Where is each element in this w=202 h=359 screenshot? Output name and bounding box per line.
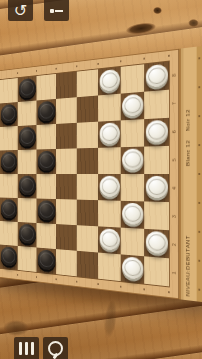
square-g3[interactable] <box>121 201 145 229</box>
square-c7[interactable] <box>36 99 56 125</box>
nail-dot <box>36 70 37 72</box>
nail-dot <box>198 260 200 262</box>
wood-knot <box>152 6 163 15</box>
square-f2[interactable] <box>98 226 120 254</box>
nail-dot <box>198 231 200 233</box>
square-b8[interactable] <box>18 76 37 102</box>
square-a7[interactable] <box>0 102 18 127</box>
square-g7[interactable] <box>121 92 145 121</box>
square-d1[interactable] <box>56 249 77 276</box>
nail-dot <box>168 55 170 57</box>
rank-label: 4 <box>172 182 176 194</box>
square-e5[interactable] <box>77 148 98 174</box>
square-h8[interactable] <box>144 62 169 92</box>
rank-label: 6 <box>172 126 176 138</box>
board-frame <box>0 46 202 71</box>
black-piece[interactable] <box>19 127 36 147</box>
square-f7[interactable] <box>98 94 120 122</box>
nail-dot <box>76 65 77 67</box>
black-piece[interactable] <box>0 152 16 171</box>
nail-dot <box>168 291 170 293</box>
nail-dot <box>120 286 122 288</box>
black-piece[interactable] <box>37 200 55 220</box>
square-b5[interactable] <box>18 150 37 174</box>
rotate-ccw-icon: ↺ <box>14 3 27 19</box>
nail-dot <box>17 72 18 74</box>
square-c5[interactable] <box>36 149 56 174</box>
square-h7[interactable] <box>144 90 169 119</box>
white-piece[interactable] <box>145 64 167 88</box>
nail-dot <box>198 202 200 204</box>
white-piece[interactable] <box>99 228 119 250</box>
nail-dot <box>97 283 98 285</box>
square-b6[interactable] <box>18 125 37 150</box>
square-f1[interactable] <box>98 253 120 282</box>
square-h5[interactable] <box>144 146 169 174</box>
square-a3[interactable] <box>0 197 18 221</box>
square-e3[interactable] <box>77 200 98 227</box>
black-piece[interactable] <box>19 176 36 195</box>
white-piece[interactable] <box>122 203 143 225</box>
square-e1[interactable] <box>77 251 98 279</box>
nail-dot <box>120 60 122 62</box>
nail-dot <box>17 274 18 276</box>
white-piece[interactable] <box>122 148 143 170</box>
square-f3[interactable] <box>98 200 120 227</box>
square-e4[interactable] <box>77 174 98 200</box>
nail-dot <box>55 68 56 70</box>
nail-dot <box>198 144 200 146</box>
square-f6[interactable] <box>98 120 120 147</box>
square-c3[interactable] <box>36 198 56 224</box>
nail-dot <box>97 63 98 65</box>
black-piece[interactable] <box>37 151 55 171</box>
square-b3[interactable] <box>18 198 37 223</box>
white-piece[interactable] <box>145 176 167 198</box>
square-d8[interactable] <box>56 72 77 99</box>
square-h6[interactable] <box>144 118 169 147</box>
nail-dot <box>143 58 145 60</box>
nail-dot <box>143 288 145 290</box>
square-b1[interactable] <box>18 246 37 272</box>
menu-button[interactable] <box>14 337 39 359</box>
black-piece[interactable] <box>37 101 55 122</box>
square-e8[interactable] <box>77 69 98 97</box>
square-h1[interactable] <box>144 256 169 286</box>
zoom-button[interactable] <box>43 337 68 359</box>
square-d5[interactable] <box>56 148 77 174</box>
checkers-board[interactable]: Blanc 12 Noir 12 NIVEAU:DEBUTANT 8765432… <box>0 46 202 302</box>
rotate-board-button[interactable]: ↺ <box>8 0 33 21</box>
black-piece[interactable] <box>19 224 36 244</box>
square-g5[interactable] <box>121 147 145 174</box>
square-a8[interactable] <box>0 78 18 103</box>
wood-knot <box>0 318 32 338</box>
nail-dot <box>198 173 200 175</box>
square-a4[interactable] <box>0 174 18 198</box>
board-scene: Blanc 12 Noir 12 NIVEAU:DEBUTANT 8765432… <box>0 46 202 302</box>
square-e2[interactable] <box>77 225 98 252</box>
square-a2[interactable] <box>0 221 18 246</box>
square-h3[interactable] <box>144 201 169 230</box>
square-e7[interactable] <box>77 95 98 122</box>
square-d6[interactable] <box>56 123 77 149</box>
square-b4[interactable] <box>18 174 37 198</box>
square-d2[interactable] <box>56 224 77 251</box>
black-piece[interactable] <box>0 246 16 266</box>
square-c2[interactable] <box>36 223 56 249</box>
rank-label: 8 <box>172 69 176 81</box>
square-g8[interactable] <box>121 64 145 93</box>
nail-dot <box>198 289 200 291</box>
rank-label: 2 <box>172 239 176 251</box>
square-d4[interactable] <box>56 174 77 200</box>
nail-dot <box>76 281 77 283</box>
black-piece[interactable] <box>19 78 36 99</box>
level-label: NIVEAU:DEBUTANT <box>183 198 192 297</box>
square-a6[interactable] <box>0 126 18 150</box>
square-c8[interactable] <box>36 74 56 101</box>
square-d3[interactable] <box>56 199 77 225</box>
square-h4[interactable] <box>144 174 169 202</box>
square-f4[interactable] <box>98 174 120 201</box>
square-g6[interactable] <box>121 119 145 147</box>
score-label: Blanc 12 Noir 12 <box>183 57 192 166</box>
nail-dot <box>55 278 56 280</box>
play-area[interactable] <box>0 62 169 287</box>
white-piece[interactable] <box>99 122 119 144</box>
level-text: NIVEAU:DEBUTANT <box>185 235 190 297</box>
magnifier-icon <box>48 341 63 356</box>
square-f8[interactable] <box>98 67 120 96</box>
white-piece[interactable] <box>99 69 119 92</box>
square-f5[interactable] <box>98 147 120 174</box>
rank-label: 3 <box>172 210 176 222</box>
dot-dash-icon <box>50 9 63 13</box>
square-a1[interactable] <box>0 244 18 269</box>
black-piece[interactable] <box>0 104 16 124</box>
score-white: Blanc 12 <box>185 140 190 166</box>
square-a5[interactable] <box>0 150 18 174</box>
score-black: Noir 12 <box>185 109 190 131</box>
white-piece[interactable] <box>99 176 119 197</box>
rank-label: 1 <box>172 267 176 279</box>
black-piece[interactable] <box>37 249 55 270</box>
square-e6[interactable] <box>77 122 98 149</box>
nail-dot <box>36 276 37 278</box>
dash-button[interactable] <box>44 0 69 21</box>
wood-knot <box>187 18 200 28</box>
square-d7[interactable] <box>56 97 77 124</box>
square-c4[interactable] <box>36 174 56 199</box>
black-piece[interactable] <box>0 199 16 218</box>
square-g2[interactable] <box>121 228 145 257</box>
white-piece[interactable] <box>145 120 167 143</box>
white-piece[interactable] <box>122 94 143 117</box>
square-b2[interactable] <box>18 222 37 248</box>
square-c6[interactable] <box>36 124 56 150</box>
square-b7[interactable] <box>18 101 37 127</box>
rank-label: 5 <box>172 154 176 166</box>
square-g4[interactable] <box>121 174 145 201</box>
menu-bars-icon <box>18 342 36 355</box>
rank-label: 7 <box>172 97 176 109</box>
square-g1[interactable] <box>121 254 145 283</box>
white-piece[interactable] <box>145 231 167 255</box>
square-h2[interactable] <box>144 229 169 258</box>
square-c1[interactable] <box>36 247 56 274</box>
white-piece[interactable] <box>122 256 143 279</box>
